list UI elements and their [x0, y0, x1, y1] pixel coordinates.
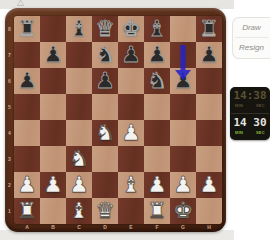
- square-f8[interactable]: ♝: [144, 16, 170, 42]
- white-knight-c3[interactable]: ♞: [69, 146, 89, 172]
- min-label: MIN: [235, 130, 243, 135]
- min-label: MIN: [235, 103, 243, 108]
- square-c6[interactable]: [66, 68, 92, 94]
- square-a2[interactable]: ♟: [14, 172, 40, 198]
- square-e4[interactable]: ♟: [118, 120, 144, 146]
- rank-label-7: 7: [5, 52, 14, 58]
- square-a1[interactable]: ♜: [14, 198, 40, 224]
- rank-label-8: 8: [5, 26, 14, 32]
- chess-app-window: △ ▲ ♜♝♛♚♝♜♟♞♟♟♟♟♟♞♟♞♟♞♟♟♟♝♟♟♟♜♝♛♜♚ 87654…: [0, 0, 270, 240]
- rank-label-5: 5: [5, 104, 14, 110]
- player-clock-time: 14 30: [230, 115, 270, 130]
- square-e5[interactable]: [118, 94, 144, 120]
- square-g7[interactable]: [170, 42, 196, 68]
- black-bishop-c8[interactable]: ♝: [69, 16, 89, 42]
- square-g4[interactable]: [170, 120, 196, 146]
- chess-board-frame: ♜♝♛♚♝♜♟♞♟♟♟♟♟♞♟♞♟♞♟♟♟♝♟♟♟♜♝♛♜♚ 87654321 …: [5, 8, 226, 232]
- black-knight-f6[interactable]: ♞: [147, 68, 167, 94]
- square-f5[interactable]: [144, 94, 170, 120]
- square-b2[interactable]: ♟: [40, 172, 66, 198]
- square-f1[interactable]: ♜: [144, 198, 170, 224]
- square-c8[interactable]: ♝: [66, 16, 92, 42]
- draw-button[interactable]: Draw: [233, 18, 270, 37]
- chess-board[interactable]: ♜♝♛♚♝♜♟♞♟♟♟♟♟♞♟♞♟♞♟♟♟♝♟♟♟♜♝♛♜♚: [14, 16, 222, 224]
- square-b7[interactable]: ♟: [40, 42, 66, 68]
- white-pawn-e4[interactable]: ♟: [121, 120, 141, 146]
- square-a3[interactable]: [14, 146, 40, 172]
- square-d3[interactable]: [92, 146, 118, 172]
- white-pawn-c2[interactable]: ♟: [69, 172, 89, 198]
- square-b6[interactable]: [40, 68, 66, 94]
- file-label-e: E: [118, 224, 144, 230]
- sec-label: SEC: [256, 130, 265, 135]
- black-pawn-f7[interactable]: ♟: [147, 42, 167, 68]
- black-queen-d8[interactable]: ♛: [95, 16, 115, 42]
- white-pawn-b2[interactable]: ♟: [43, 172, 63, 198]
- square-c3[interactable]: ♞: [66, 146, 92, 172]
- square-g3[interactable]: [170, 146, 196, 172]
- black-rook-h8[interactable]: ♜: [199, 16, 219, 42]
- file-label-b: B: [40, 224, 66, 230]
- square-a8[interactable]: ♜: [14, 16, 40, 42]
- opponent-clock-time: 14:38: [230, 88, 270, 103]
- square-a5[interactable]: [14, 94, 40, 120]
- square-e7[interactable]: ♟: [118, 42, 144, 68]
- player-clock: 14 30 MIN SEC: [230, 114, 270, 140]
- square-a7[interactable]: [14, 42, 40, 68]
- black-bishop-f8[interactable]: ♝: [147, 16, 167, 42]
- actions-panel: Draw Resign: [232, 17, 270, 59]
- square-d1[interactable]: ♛: [92, 198, 118, 224]
- square-e6[interactable]: [118, 68, 144, 94]
- square-c4[interactable]: [66, 120, 92, 146]
- white-pawn-f2[interactable]: ♟: [147, 172, 167, 198]
- white-rook-a1[interactable]: ♜: [17, 198, 37, 224]
- square-h6[interactable]: [196, 68, 222, 94]
- square-e1[interactable]: [118, 198, 144, 224]
- file-label-h: H: [196, 224, 222, 230]
- file-label-d: D: [92, 224, 118, 230]
- square-c2[interactable]: ♟: [66, 172, 92, 198]
- white-knight-d4[interactable]: ♞: [95, 120, 115, 146]
- square-a6[interactable]: ♟: [14, 68, 40, 94]
- square-e3[interactable]: [118, 146, 144, 172]
- rank-label-3: 3: [5, 156, 14, 162]
- white-king-g1[interactable]: ♚: [173, 198, 193, 224]
- white-rook-f1[interactable]: ♜: [147, 198, 167, 224]
- black-pawn-h7[interactable]: ♟: [199, 42, 219, 68]
- black-pawn-a6[interactable]: ♟: [17, 68, 37, 94]
- rank-label-2: 2: [5, 182, 14, 188]
- square-a4[interactable]: [14, 120, 40, 146]
- square-d7[interactable]: ♞: [92, 42, 118, 68]
- square-b8[interactable]: [40, 16, 66, 42]
- square-b4[interactable]: [40, 120, 66, 146]
- square-g2[interactable]: ♟: [170, 172, 196, 198]
- opponent-clock: 14:38 MIN SEC: [230, 87, 270, 113]
- file-label-g: G: [170, 224, 196, 230]
- white-bishop-c1[interactable]: ♝: [69, 198, 89, 224]
- square-g8[interactable]: [170, 16, 196, 42]
- square-c5[interactable]: [66, 94, 92, 120]
- square-b5[interactable]: [40, 94, 66, 120]
- square-d2[interactable]: [92, 172, 118, 198]
- black-pawn-b7[interactable]: ♟: [43, 42, 63, 68]
- file-label-f: F: [144, 224, 170, 230]
- square-d6[interactable]: ♟: [92, 68, 118, 94]
- black-rook-a8[interactable]: ♜: [17, 16, 37, 42]
- triangle-icon: △: [17, 0, 24, 7]
- rank-label-6: 6: [5, 78, 14, 84]
- square-h4[interactable]: [196, 120, 222, 146]
- black-pawn-g6[interactable]: ♟: [173, 68, 193, 94]
- square-f2[interactable]: ♟: [144, 172, 170, 198]
- rank-label-1: 1: [5, 208, 14, 214]
- square-g1[interactable]: ♚: [170, 198, 196, 224]
- square-g6[interactable]: ♟: [170, 68, 196, 94]
- square-h7[interactable]: ♟: [196, 42, 222, 68]
- sec-label: SEC: [256, 103, 265, 108]
- white-pawn-h2[interactable]: ♟: [199, 172, 219, 198]
- square-f7[interactable]: ♟: [144, 42, 170, 68]
- clock-panel: 14:38 MIN SEC 14 30 MIN SEC: [230, 87, 270, 140]
- file-label-c: C: [66, 224, 92, 230]
- square-f4[interactable]: [144, 120, 170, 146]
- square-b1[interactable]: [40, 198, 66, 224]
- square-f6[interactable]: ♞: [144, 68, 170, 94]
- square-c1[interactable]: ♝: [66, 198, 92, 224]
- square-h3[interactable]: [196, 146, 222, 172]
- square-h2[interactable]: ♟: [196, 172, 222, 198]
- square-d8[interactable]: ♛: [92, 16, 118, 42]
- square-g5[interactable]: [170, 94, 196, 120]
- square-b3[interactable]: [40, 146, 66, 172]
- white-bishop-e2[interactable]: ♝: [121, 172, 141, 198]
- square-c7[interactable]: [66, 42, 92, 68]
- file-label-a: A: [14, 224, 40, 230]
- square-e2[interactable]: ♝: [118, 172, 144, 198]
- black-king-e8[interactable]: ♚: [121, 16, 141, 42]
- white-queen-d1[interactable]: ♛: [95, 198, 115, 224]
- square-h5[interactable]: [196, 94, 222, 120]
- square-e8[interactable]: ♚: [118, 16, 144, 42]
- square-h8[interactable]: ♜: [196, 16, 222, 42]
- square-d5[interactable]: [92, 94, 118, 120]
- resign-button[interactable]: Resign: [233, 38, 270, 57]
- white-pawn-a2[interactable]: ♟: [17, 172, 37, 198]
- square-h1[interactable]: [196, 198, 222, 224]
- white-pawn-g2[interactable]: ♟: [173, 172, 193, 198]
- black-pawn-e7[interactable]: ♟: [121, 42, 141, 68]
- square-f3[interactable]: [144, 146, 170, 172]
- rank-label-4: 4: [5, 130, 14, 136]
- black-pawn-d6[interactable]: ♟: [95, 68, 115, 94]
- square-d4[interactable]: ♞: [92, 120, 118, 146]
- black-knight-d7[interactable]: ♞: [95, 42, 115, 68]
